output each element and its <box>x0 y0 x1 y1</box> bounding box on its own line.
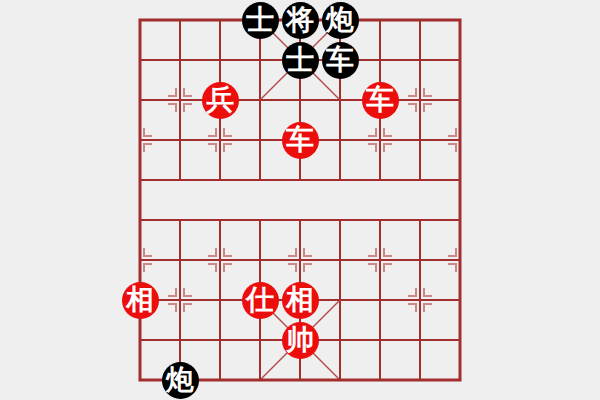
piece-red-chariot[interactable]: 车 <box>362 82 399 119</box>
piece-black-advisor[interactable]: 士 <box>242 2 279 39</box>
piece-black-cannon[interactable]: 炮 <box>162 362 199 399</box>
piece-black-chariot[interactable]: 车 <box>322 42 359 79</box>
piece-black-advisor[interactable]: 士 <box>282 42 319 79</box>
piece-red-elephant[interactable]: 相 <box>282 282 319 319</box>
piece-black-general[interactable]: 将 <box>282 2 319 39</box>
piece-red-advisor[interactable]: 仕 <box>242 282 279 319</box>
piece-red-soldier[interactable]: 兵 <box>202 82 239 119</box>
xiangqi-app: 士将炮士车兵车车相仕相帅炮 <box>0 0 600 400</box>
piece-red-chariot[interactable]: 车 <box>282 122 319 159</box>
piece-grid: 士将炮士车兵车车相仕相帅炮 <box>120 0 480 400</box>
piece-red-general[interactable]: 帅 <box>282 322 319 359</box>
piece-black-cannon[interactable]: 炮 <box>322 2 359 39</box>
xiangqi-board: 士将炮士车兵车车相仕相帅炮 <box>0 0 600 400</box>
piece-red-elephant[interactable]: 相 <box>122 282 159 319</box>
